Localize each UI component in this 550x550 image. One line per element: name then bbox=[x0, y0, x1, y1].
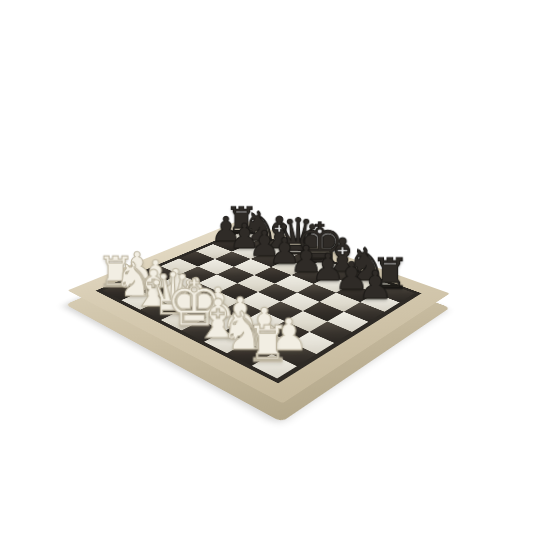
square-h2 bbox=[272, 342, 317, 366]
square-b1 bbox=[121, 291, 161, 310]
square-h1 bbox=[251, 354, 297, 379]
square-g3 bbox=[267, 321, 310, 342]
square-d1 bbox=[160, 310, 202, 330]
square-c2 bbox=[161, 291, 201, 310]
square-e1 bbox=[182, 320, 225, 341]
square-e2 bbox=[202, 310, 244, 330]
square-f2 bbox=[224, 321, 267, 342]
square-d2 bbox=[181, 301, 222, 321]
chess-board: ♜♞♝♛♚♝♞♜♟♟♟♟♟♟♟♟♟♟♟♟♟♟♟♟♜♞♝♛♚♝♞♜ bbox=[67, 219, 450, 403]
square-e4 bbox=[240, 292, 280, 311]
square-h6 bbox=[344, 302, 385, 322]
square-g5 bbox=[303, 302, 344, 322]
square-g2 bbox=[247, 331, 291, 353]
square-c1 bbox=[140, 300, 181, 319]
square-g6 bbox=[320, 293, 360, 312]
square-h7 bbox=[360, 293, 400, 312]
square-e3 bbox=[221, 301, 262, 321]
square-g1 bbox=[227, 342, 272, 366]
square-d3 bbox=[200, 292, 240, 311]
square-h4 bbox=[309, 321, 352, 342]
square-f4 bbox=[262, 301, 303, 321]
square-h5 bbox=[327, 311, 369, 332]
square-h3 bbox=[291, 332, 335, 355]
square-f3 bbox=[244, 311, 286, 331]
square-g4 bbox=[285, 311, 327, 332]
product-photo: ♜♞♝♛♚♝♞♜♟♟♟♟♟♟♟♟♟♟♟♟♟♟♟♟♜♞♝♛♚♝♞♜ bbox=[0, 0, 550, 550]
square-f1 bbox=[204, 331, 248, 353]
board-frame bbox=[67, 219, 450, 403]
square-f5 bbox=[280, 292, 320, 311]
